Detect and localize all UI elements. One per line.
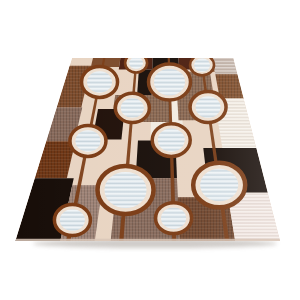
rug-surface <box>15 54 280 242</box>
rug-illustration <box>0 0 300 300</box>
rug-bottom-edge <box>15 239 280 241</box>
rug-product-photo: Product photo of a patchwork area rug in… <box>0 0 300 300</box>
